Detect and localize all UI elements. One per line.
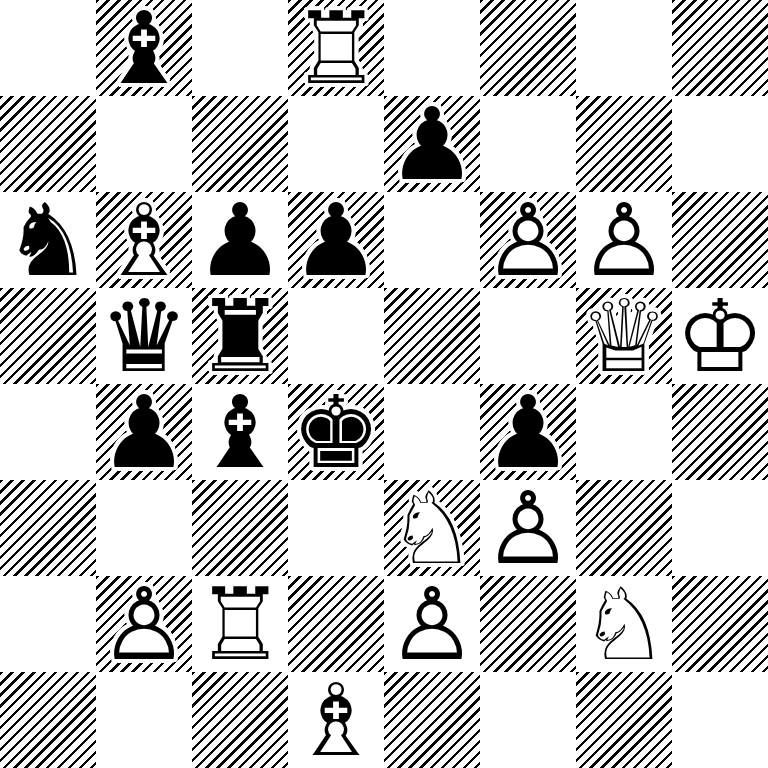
black-knight-icon: ♞ — [0, 193, 96, 288]
square-g5[interactable]: ♛♕ — [576, 288, 672, 384]
black-king-icon: ♚ — [288, 385, 384, 480]
square-a5[interactable] — [0, 288, 96, 384]
black-rook-icon: ♜ — [192, 289, 288, 384]
square-c6[interactable]: ♟♟ — [192, 192, 288, 288]
white-knight-icon: ♘ — [576, 577, 672, 672]
square-e5[interactable] — [384, 288, 480, 384]
black-queen-halo: ♛ — [96, 289, 192, 384]
white-rook-halo: ♜ — [288, 1, 384, 96]
white-bishop-icon: ♗ — [96, 193, 192, 288]
white-pawn-halo: ♟ — [480, 193, 576, 288]
white-rook-icon: ♖ — [192, 577, 288, 672]
square-a6[interactable]: ♞♞ — [0, 192, 96, 288]
white-king-halo: ♚ — [672, 289, 768, 384]
square-d5[interactable] — [288, 288, 384, 384]
square-f8[interactable] — [480, 0, 576, 96]
black-pawn-icon: ♟ — [96, 385, 192, 480]
black-pawn-icon: ♟ — [480, 385, 576, 480]
white-pawn-icon: ♙ — [480, 193, 576, 288]
square-d6[interactable]: ♟♟ — [288, 192, 384, 288]
black-pawn-icon: ♟ — [384, 97, 480, 192]
white-queen-halo: ♛ — [576, 289, 672, 384]
white-pawn-icon: ♙ — [576, 193, 672, 288]
white-rook-halo: ♜ — [192, 577, 288, 672]
square-d8[interactable]: ♜♖ — [288, 0, 384, 96]
white-bishop-icon: ♗ — [288, 673, 384, 768]
white-pawn-icon: ♙ — [480, 481, 576, 576]
square-d2[interactable] — [288, 576, 384, 672]
black-bishop-icon: ♝ — [96, 1, 192, 96]
white-knight-icon: ♘ — [384, 481, 480, 576]
square-b4[interactable]: ♟♟ — [96, 384, 192, 480]
square-h1[interactable] — [672, 672, 768, 768]
square-e2[interactable]: ♟♙ — [384, 576, 480, 672]
square-g3[interactable] — [576, 480, 672, 576]
square-a1[interactable] — [0, 672, 96, 768]
square-c2[interactable]: ♜♖ — [192, 576, 288, 672]
square-f6[interactable]: ♟♙ — [480, 192, 576, 288]
square-h5[interactable]: ♚♔ — [672, 288, 768, 384]
black-bishop-halo: ♝ — [192, 385, 288, 480]
black-rook-halo: ♜ — [192, 289, 288, 384]
square-h3[interactable] — [672, 480, 768, 576]
square-g7[interactable] — [576, 96, 672, 192]
square-c7[interactable] — [192, 96, 288, 192]
white-queen-icon: ♕ — [576, 289, 672, 384]
white-pawn-halo: ♟ — [384, 577, 480, 672]
square-e3[interactable]: ♞♘ — [384, 480, 480, 576]
square-c8[interactable] — [192, 0, 288, 96]
square-b1[interactable] — [96, 672, 192, 768]
black-knight-halo: ♞ — [0, 193, 96, 288]
black-pawn-halo: ♟ — [192, 193, 288, 288]
square-g2[interactable]: ♞♘ — [576, 576, 672, 672]
square-f7[interactable] — [480, 96, 576, 192]
white-rook-icon: ♖ — [288, 1, 384, 96]
white-pawn-halo: ♟ — [480, 481, 576, 576]
square-g6[interactable]: ♟♙ — [576, 192, 672, 288]
white-pawn-icon: ♙ — [96, 577, 192, 672]
square-a4[interactable] — [0, 384, 96, 480]
square-g4[interactable] — [576, 384, 672, 480]
white-knight-halo: ♞ — [576, 577, 672, 672]
square-a3[interactable] — [0, 480, 96, 576]
square-a2[interactable] — [0, 576, 96, 672]
square-f3[interactable]: ♟♙ — [480, 480, 576, 576]
square-e1[interactable] — [384, 672, 480, 768]
square-h6[interactable] — [672, 192, 768, 288]
square-b5[interactable]: ♛♛ — [96, 288, 192, 384]
square-d3[interactable] — [288, 480, 384, 576]
square-b2[interactable]: ♟♙ — [96, 576, 192, 672]
black-pawn-halo: ♟ — [288, 193, 384, 288]
black-pawn-halo: ♟ — [96, 385, 192, 480]
black-pawn-icon: ♟ — [288, 193, 384, 288]
white-bishop-halo: ♝ — [288, 673, 384, 768]
square-h4[interactable] — [672, 384, 768, 480]
square-d7[interactable] — [288, 96, 384, 192]
square-h2[interactable] — [672, 576, 768, 672]
square-b3[interactable] — [96, 480, 192, 576]
white-pawn-icon: ♙ — [384, 577, 480, 672]
black-bishop-halo: ♝ — [96, 1, 192, 96]
black-bishop-icon: ♝ — [192, 385, 288, 480]
square-a7[interactable] — [0, 96, 96, 192]
square-e4[interactable] — [384, 384, 480, 480]
white-pawn-halo: ♟ — [576, 193, 672, 288]
square-f1[interactable] — [480, 672, 576, 768]
white-knight-halo: ♞ — [384, 481, 480, 576]
square-c4[interactable]: ♝♝ — [192, 384, 288, 480]
black-pawn-icon: ♟ — [192, 193, 288, 288]
white-pawn-halo: ♟ — [96, 577, 192, 672]
square-c3[interactable] — [192, 480, 288, 576]
square-c5[interactable]: ♜♜ — [192, 288, 288, 384]
white-king-icon: ♔ — [672, 289, 768, 384]
square-g8[interactable] — [576, 0, 672, 96]
square-e6[interactable] — [384, 192, 480, 288]
square-d4[interactable]: ♚♚ — [288, 384, 384, 480]
black-pawn-halo: ♟ — [384, 97, 480, 192]
black-pawn-halo: ♟ — [480, 385, 576, 480]
square-f4[interactable]: ♟♟ — [480, 384, 576, 480]
black-king-halo: ♚ — [288, 385, 384, 480]
square-b8[interactable]: ♝♝ — [96, 0, 192, 96]
square-e7[interactable]: ♟♟ — [384, 96, 480, 192]
square-h8[interactable] — [672, 0, 768, 96]
square-b6[interactable]: ♝♗ — [96, 192, 192, 288]
square-b7[interactable] — [96, 96, 192, 192]
square-d1[interactable]: ♝♗ — [288, 672, 384, 768]
black-queen-icon: ♛ — [96, 289, 192, 384]
white-bishop-halo: ♝ — [96, 193, 192, 288]
square-f2[interactable] — [480, 576, 576, 672]
square-c1[interactable] — [192, 672, 288, 768]
square-h7[interactable] — [672, 96, 768, 192]
chess-board: ♝♝♜♖♟♟♞♞♝♗♟♟♟♟♟♙♟♙♛♛♜♜♛♕♚♔♟♟♝♝♚♚♟♟♞♘♟♙♟♙… — [0, 0, 768, 768]
square-g1[interactable] — [576, 672, 672, 768]
square-e8[interactable] — [384, 0, 480, 96]
square-f5[interactable] — [480, 288, 576, 384]
square-a8[interactable] — [0, 0, 96, 96]
